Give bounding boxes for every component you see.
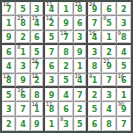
cell-r9c8[interactable]: 8 bbox=[102, 117, 116, 131]
cell-value: 3 bbox=[77, 34, 83, 42]
cell-value: 7 bbox=[92, 20, 98, 28]
cell-r1c4[interactable]: 114 bbox=[45, 2, 59, 16]
cell-value: 5 bbox=[106, 20, 112, 28]
cell-r1c3[interactable]: 3 bbox=[31, 2, 45, 16]
cell-value: 3 bbox=[92, 49, 98, 57]
cell-r5c1[interactable]: 4 bbox=[2, 59, 16, 73]
cell-r9c1[interactable]: 2 bbox=[2, 117, 16, 131]
cell-r8c4[interactable]: 118 bbox=[45, 102, 59, 116]
cell-r7c3[interactable]: 8 bbox=[31, 88, 45, 102]
cell-r9c2[interactable]: 4 bbox=[16, 117, 30, 131]
cell-value: 1 bbox=[49, 121, 55, 129]
cell-value: 8 bbox=[121, 34, 127, 42]
cell-r3c4[interactable]: 5 bbox=[45, 31, 59, 45]
cell-r5c4[interactable]: 6 bbox=[45, 59, 59, 73]
cage-sum: 24 bbox=[89, 2, 95, 7]
cell-value: 1 bbox=[92, 77, 98, 85]
cell-value: 5 bbox=[6, 92, 12, 100]
cell-r4c5[interactable]: 8 bbox=[59, 45, 73, 59]
cell-value: 9 bbox=[34, 121, 40, 129]
cell-r5c3[interactable]: 247 bbox=[31, 59, 45, 73]
cell-r2c3[interactable]: 154 bbox=[31, 16, 45, 30]
cell-r4c8[interactable]: 2 bbox=[102, 45, 116, 59]
cell-value: 2 bbox=[106, 49, 112, 57]
cell-value: 9 bbox=[6, 34, 12, 42]
cage-sum: 16 bbox=[17, 88, 23, 93]
cell-value: 5 bbox=[34, 49, 40, 57]
cell-r6c2[interactable]: 9 bbox=[16, 74, 30, 88]
cage-sum: 25 bbox=[17, 16, 23, 21]
cell-r7c4[interactable]: 9 bbox=[45, 88, 59, 102]
cell-r2c5[interactable]: 9 bbox=[59, 16, 73, 30]
cell-r5c2[interactable]: 3 bbox=[16, 59, 30, 73]
cage-sum: 14 bbox=[32, 102, 38, 107]
cell-value: 6 bbox=[63, 106, 69, 114]
cell-value: 3 bbox=[6, 106, 12, 114]
cell-r2c9[interactable]: 3 bbox=[117, 16, 131, 30]
cell-value: 5 bbox=[20, 6, 26, 14]
sudoku-board: 1675311412382496212581541429678539265137… bbox=[0, 0, 133, 133]
cell-value: 2 bbox=[6, 121, 12, 129]
cage-sum: 16 bbox=[118, 74, 124, 79]
cell-r2c4[interactable]: 142 bbox=[45, 16, 59, 30]
cell-r6c9[interactable]: 166 bbox=[117, 74, 131, 88]
cell-r4c7[interactable]: 3 bbox=[88, 45, 102, 59]
cell-r9c7[interactable]: 6 bbox=[88, 117, 102, 131]
cell-r8c8[interactable]: 4 bbox=[102, 102, 116, 116]
cell-r4c6[interactable]: 9 bbox=[74, 45, 88, 59]
cell-value: 2 bbox=[77, 106, 83, 114]
cell-value: 9 bbox=[63, 20, 69, 28]
cell-r4c3[interactable]: 5 bbox=[31, 45, 45, 59]
cell-value: 7 bbox=[49, 49, 55, 57]
cell-value: 3 bbox=[34, 6, 40, 14]
cell-value: 5 bbox=[77, 121, 83, 129]
cell-r1c7[interactable]: 249 bbox=[88, 2, 102, 16]
cell-value: 9 bbox=[77, 49, 83, 57]
cell-r4c2[interactable]: 81 bbox=[16, 45, 30, 59]
cell-r9c5[interactable]: 83 bbox=[59, 117, 73, 131]
cage-sum: 23 bbox=[75, 2, 81, 7]
cell-r9c9[interactable]: 7 bbox=[117, 117, 131, 131]
cell-value: 2 bbox=[121, 6, 127, 14]
cage-sum: 10 bbox=[75, 74, 81, 79]
cell-r6c8[interactable]: 7 bbox=[102, 74, 116, 88]
cell-value: 9 bbox=[20, 77, 26, 85]
cell-value: 6 bbox=[106, 6, 112, 14]
cell-r1c6[interactable]: 238 bbox=[74, 2, 88, 16]
cell-value: 8 bbox=[106, 121, 112, 129]
cage-sum: 11 bbox=[46, 102, 52, 107]
cell-r6c6[interactable]: 104 bbox=[74, 74, 88, 88]
cell-value: 5 bbox=[121, 63, 127, 71]
cell-value: 7 bbox=[20, 106, 26, 114]
cell-r8c2[interactable]: 7 bbox=[16, 102, 30, 116]
cell-value: 3 bbox=[63, 121, 69, 129]
cell-r5c5[interactable]: 2 bbox=[59, 59, 73, 73]
cell-r1c1[interactable]: 167 bbox=[2, 2, 16, 16]
cell-r3c9[interactable]: 98 bbox=[117, 31, 131, 45]
cell-value: 6 bbox=[34, 34, 40, 42]
cell-r7c6[interactable]: 7 bbox=[74, 88, 88, 102]
cell-r1c5[interactable]: 1 bbox=[59, 2, 73, 16]
cell-r1c2[interactable]: 5 bbox=[16, 2, 30, 16]
cell-value: 1 bbox=[106, 34, 112, 42]
cell-r3c1[interactable]: 9 bbox=[2, 31, 16, 45]
cell-value: 4 bbox=[63, 92, 69, 100]
cell-value: 1 bbox=[121, 92, 127, 100]
cage-sum: 8 bbox=[103, 16, 106, 21]
cell-r4c1[interactable]: 6 bbox=[2, 45, 16, 59]
cell-value: 1 bbox=[6, 20, 12, 28]
cell-r6c5[interactable]: 5 bbox=[59, 74, 73, 88]
cell-r7c8[interactable]: 3 bbox=[102, 88, 116, 102]
cell-value: 3 bbox=[49, 77, 55, 85]
cell-r5c7[interactable]: 8 bbox=[88, 59, 102, 73]
cell-r2c6[interactable]: 6 bbox=[74, 16, 88, 30]
cell-r6c3[interactable]: 122 bbox=[31, 74, 45, 88]
cell-r8c6[interactable]: 2 bbox=[74, 102, 88, 116]
cage-sum: 14 bbox=[46, 16, 52, 21]
cell-r6c4[interactable]: 3 bbox=[45, 74, 59, 88]
cell-value: 3 bbox=[106, 92, 112, 100]
cell-r7c2[interactable]: 166 bbox=[16, 88, 30, 102]
cage-sum: 15 bbox=[32, 16, 38, 21]
cell-r9c3[interactable]: 9 bbox=[31, 117, 45, 131]
cell-value: 4 bbox=[121, 49, 127, 57]
cell-value: 3 bbox=[121, 20, 127, 28]
cell-r3c3[interactable]: 6 bbox=[31, 31, 45, 45]
cage-sum: 11 bbox=[46, 2, 52, 7]
cell-value: 4 bbox=[6, 63, 12, 71]
cell-r7c5[interactable]: 4 bbox=[59, 88, 73, 102]
cage-sum: 30 bbox=[118, 102, 124, 107]
cell-r2c2[interactable]: 258 bbox=[16, 16, 30, 30]
cell-r3c6[interactable]: 3 bbox=[74, 31, 88, 45]
cell-r7c9[interactable]: 1 bbox=[117, 88, 131, 102]
cage-sum: 8 bbox=[17, 45, 20, 50]
cell-r3c8[interactable]: 1 bbox=[102, 31, 116, 45]
cell-value: 2 bbox=[92, 92, 98, 100]
cell-value: 6 bbox=[77, 20, 83, 28]
cage-sum: 9 bbox=[118, 31, 121, 36]
cell-r9c6[interactable]: 5 bbox=[74, 117, 88, 131]
cell-r2c1[interactable]: 1 bbox=[2, 16, 16, 30]
cell-r6c1[interactable]: 138 bbox=[2, 74, 16, 88]
cell-value: 8 bbox=[92, 63, 98, 71]
cell-r1c8[interactable]: 6 bbox=[102, 2, 116, 16]
cage-sum: 16 bbox=[89, 31, 95, 36]
cell-value: 6 bbox=[6, 49, 12, 57]
cage-sum: 13 bbox=[3, 74, 9, 79]
cell-r9c4[interactable]: 1 bbox=[45, 117, 59, 131]
cell-value: 8 bbox=[34, 92, 40, 100]
cell-value: 4 bbox=[20, 121, 26, 129]
cage-sum: 13 bbox=[60, 31, 66, 36]
cell-r7c1[interactable]: 5 bbox=[2, 88, 16, 102]
cell-value: 4 bbox=[106, 106, 112, 114]
cell-r8c5[interactable]: 6 bbox=[59, 102, 73, 116]
cage-sum: 16 bbox=[3, 2, 9, 7]
cell-value: 5 bbox=[49, 34, 55, 42]
cell-value: 6 bbox=[92, 121, 98, 129]
cell-r3c5[interactable]: 137 bbox=[59, 31, 73, 45]
cell-value: 8 bbox=[63, 49, 69, 57]
cell-r5c9[interactable]: 5 bbox=[117, 59, 131, 73]
cell-value: 7 bbox=[121, 121, 127, 129]
cell-r1c9[interactable]: 2 bbox=[117, 2, 131, 16]
cell-value: 7 bbox=[106, 77, 112, 85]
cell-r8c3[interactable]: 141 bbox=[31, 102, 45, 116]
cell-r4c9[interactable]: 4 bbox=[117, 45, 131, 59]
cell-value: 2 bbox=[20, 34, 26, 42]
cage-sum: 8 bbox=[60, 117, 63, 122]
cell-r3c7[interactable]: 164 bbox=[88, 31, 102, 45]
cell-r4c4[interactable]: 7 bbox=[45, 45, 59, 59]
cell-value: 1 bbox=[63, 6, 69, 14]
cell-r7c7[interactable]: 2 bbox=[88, 88, 102, 102]
cell-r8c9[interactable]: 309 bbox=[117, 102, 131, 116]
cell-value: 3 bbox=[20, 63, 26, 71]
cage-sum: 24 bbox=[32, 59, 38, 64]
cell-r8c1[interactable]: 3 bbox=[2, 102, 16, 116]
cell-r5c6[interactable]: 1 bbox=[74, 59, 88, 73]
cell-value: 1 bbox=[77, 63, 83, 71]
cell-value: 2 bbox=[63, 63, 69, 71]
cell-value: 5 bbox=[63, 77, 69, 85]
cage-sum: 21 bbox=[103, 59, 109, 64]
cell-r6c7[interactable]: 41 bbox=[88, 74, 102, 88]
cell-r5c8[interactable]: 219 bbox=[102, 59, 116, 73]
cell-value: 7 bbox=[77, 92, 83, 100]
cell-value: 6 bbox=[49, 63, 55, 71]
cell-r2c8[interactable]: 85 bbox=[102, 16, 116, 30]
cell-r8c7[interactable]: 5 bbox=[88, 102, 102, 116]
cell-value: 5 bbox=[92, 106, 98, 114]
cell-value: 1 bbox=[20, 49, 26, 57]
cell-r3c2[interactable]: 2 bbox=[16, 31, 30, 45]
cell-r2c7[interactable]: 7 bbox=[88, 16, 102, 30]
cage-sum: 4 bbox=[89, 74, 92, 79]
cage-sum: 12 bbox=[32, 74, 38, 79]
cell-value: 9 bbox=[49, 92, 55, 100]
